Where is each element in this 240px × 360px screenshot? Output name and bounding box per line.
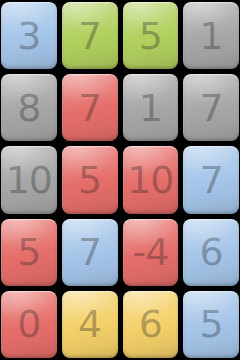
tile-r2c3[interactable]: 1 <box>123 74 179 141</box>
tile-r4c2[interactable]: 7 <box>62 219 118 286</box>
tile-r1c2[interactable]: 7 <box>62 2 118 69</box>
tile-r1c3[interactable]: 5 <box>123 2 179 69</box>
tile-board: 3751871710510757-460465 <box>0 0 240 360</box>
tile-r2c2[interactable]: 7 <box>62 74 118 141</box>
tile-r2c4[interactable]: 7 <box>183 74 239 141</box>
tile-r3c4[interactable]: 7 <box>183 146 239 213</box>
tile-r3c3[interactable]: 10 <box>123 146 179 213</box>
tile-r2c1[interactable]: 8 <box>1 74 57 141</box>
tile-r3c2[interactable]: 5 <box>62 146 118 213</box>
tile-r5c4[interactable]: 5 <box>183 291 239 358</box>
tile-r1c4[interactable]: 1 <box>183 2 239 69</box>
tile-r5c2[interactable]: 4 <box>62 291 118 358</box>
game-screen: 3751871710510757-460465 <box>0 0 240 360</box>
tile-r5c3[interactable]: 6 <box>123 291 179 358</box>
tile-r4c4[interactable]: 6 <box>183 219 239 286</box>
tile-r1c1[interactable]: 3 <box>1 2 57 69</box>
tile-r5c1[interactable]: 0 <box>1 291 57 358</box>
tile-r4c1[interactable]: 5 <box>1 219 57 286</box>
tile-r4c3[interactable]: -4 <box>123 219 179 286</box>
tile-r3c1[interactable]: 10 <box>1 146 57 213</box>
